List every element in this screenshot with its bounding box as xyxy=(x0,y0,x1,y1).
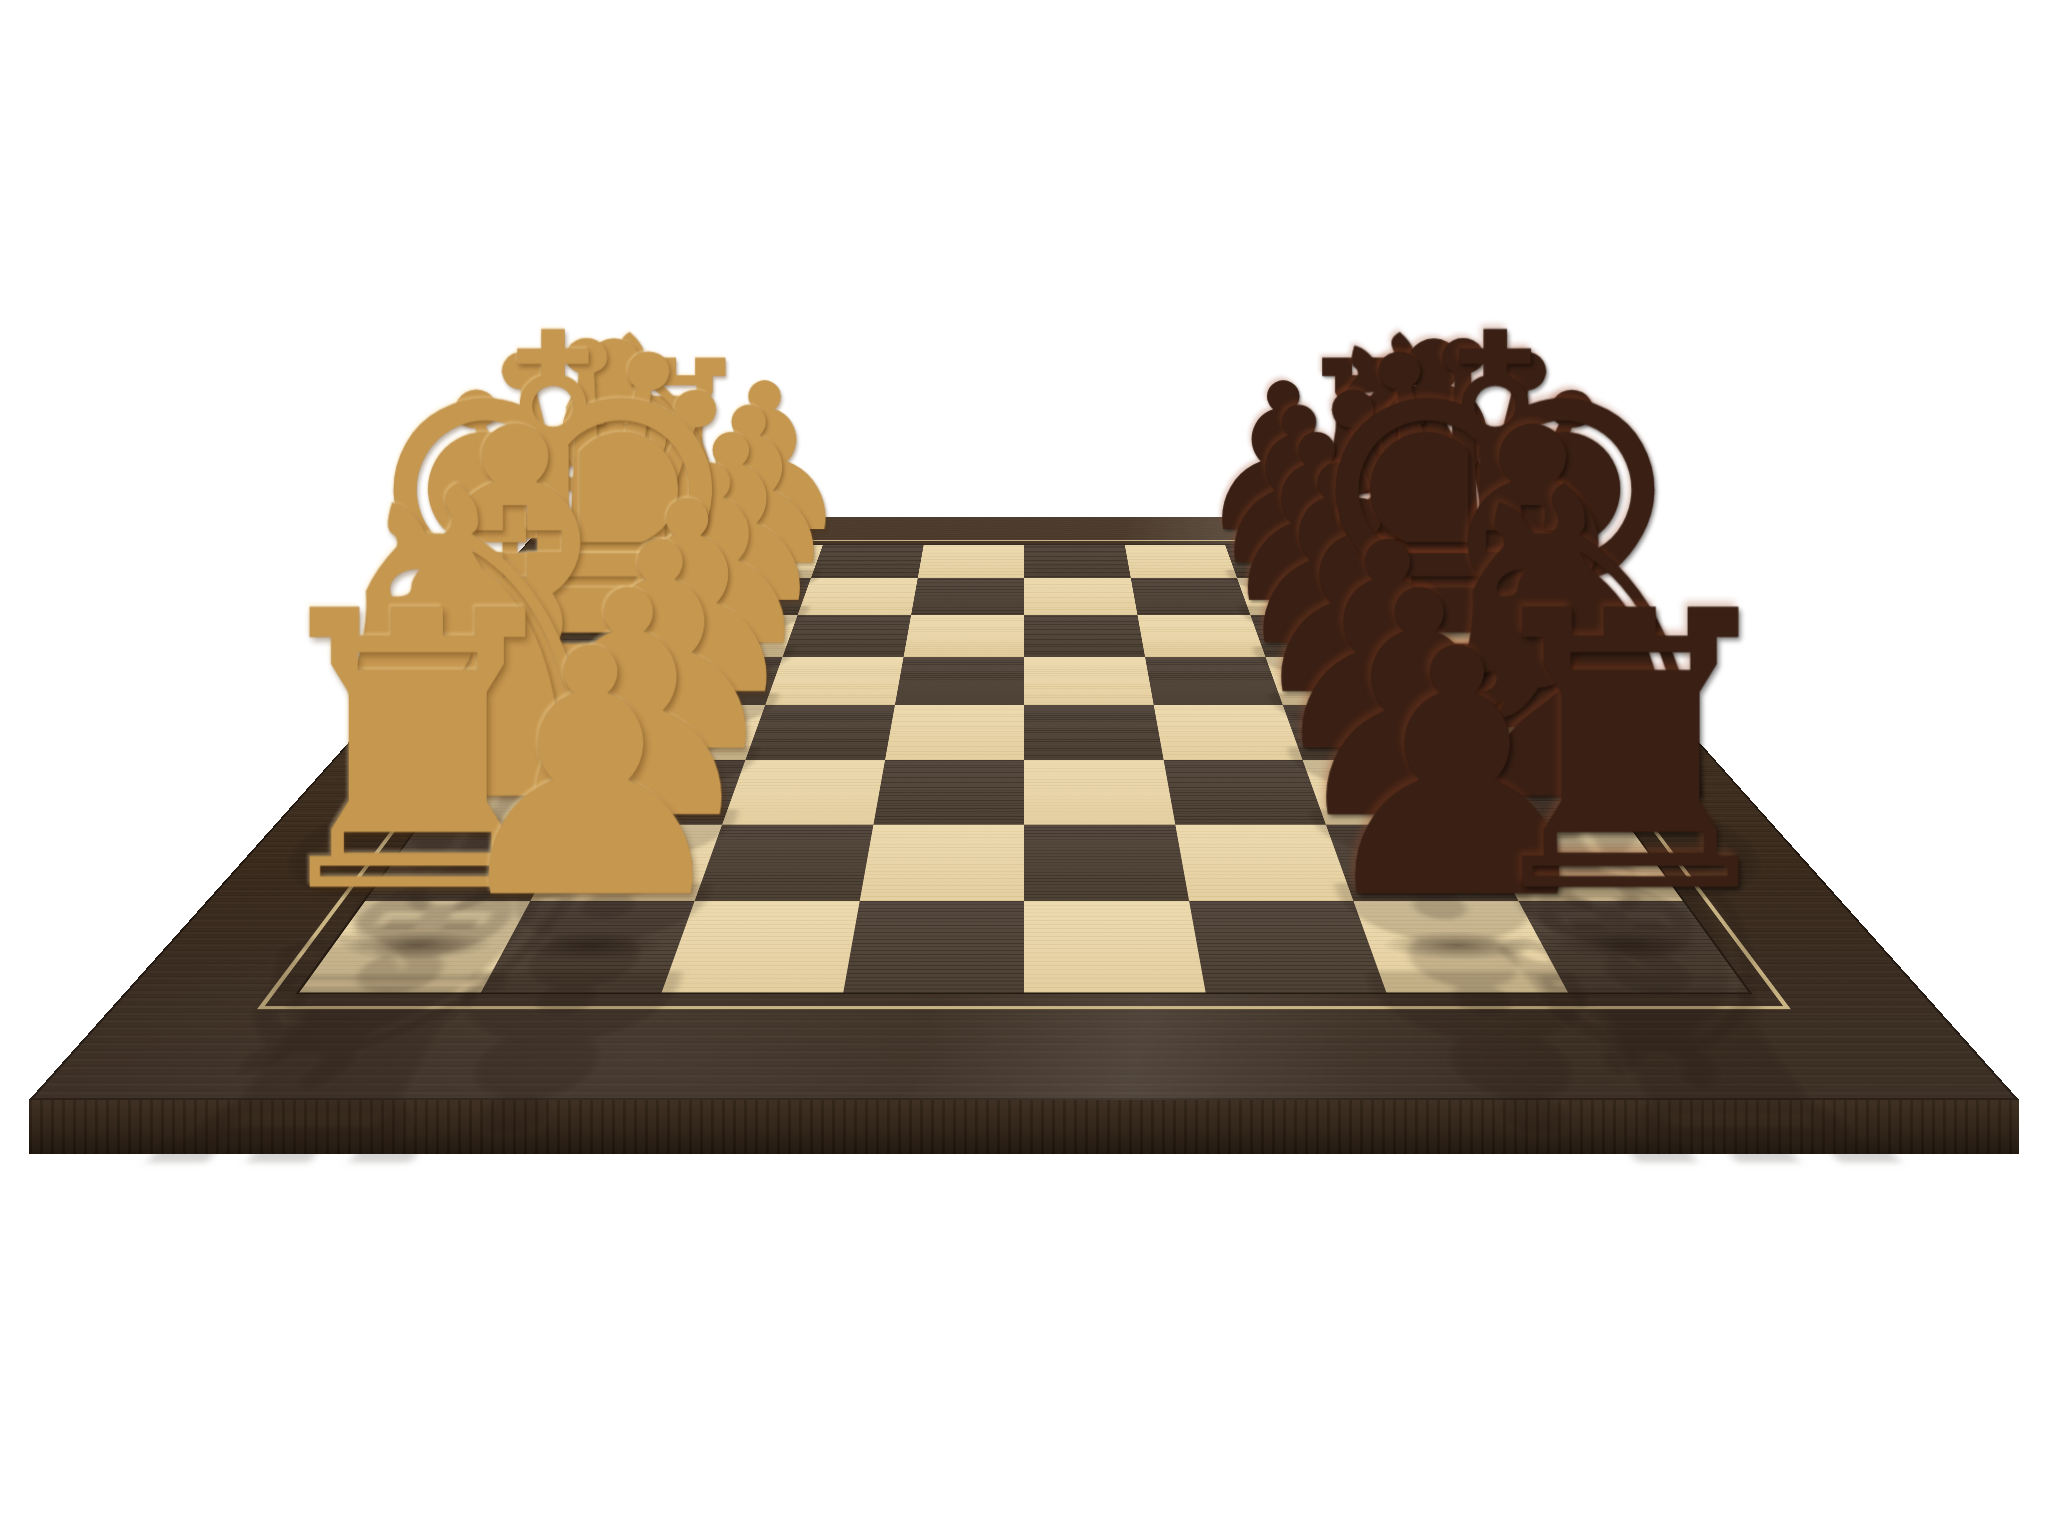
square-f5[interactable] xyxy=(1024,760,1175,825)
square-e4[interactable] xyxy=(885,705,1024,760)
square-g4[interactable] xyxy=(859,825,1024,901)
square-g5[interactable] xyxy=(1024,825,1189,901)
square-h5[interactable] xyxy=(1024,901,1205,993)
chessboard-3d: ♜♜♟♟♟♟♜♜♞♞♟♟♟♟♞♞♝♝♟♟♟♟♝♝♛♛♟♟♟♟♛♛♚♚♟♟♟♟♚♚… xyxy=(29,517,2019,1100)
square-c4[interactable] xyxy=(903,615,1024,657)
square-b5[interactable] xyxy=(1024,578,1137,615)
square-f4[interactable] xyxy=(873,760,1024,825)
square-a4[interactable] xyxy=(918,545,1024,578)
square-h4[interactable] xyxy=(843,901,1024,993)
square-a5[interactable] xyxy=(1024,545,1130,578)
square-d4[interactable] xyxy=(895,657,1024,705)
square-e5[interactable] xyxy=(1024,705,1163,760)
piece-glyph: ♟ xyxy=(438,606,743,946)
piece-glyph: ♜ xyxy=(1459,562,1803,945)
square-b4[interactable] xyxy=(911,578,1024,615)
board-front-edge xyxy=(29,1100,2019,1154)
square-c5[interactable] xyxy=(1024,615,1145,657)
square-d5[interactable] xyxy=(1024,657,1153,705)
scene: ♜♜♟♟♟♟♜♜♞♞♟♟♟♟♞♞♝♝♟♟♟♟♝♝♛♛♟♟♟♟♛♛♚♚♟♟♟♟♚♚… xyxy=(0,0,2048,1536)
